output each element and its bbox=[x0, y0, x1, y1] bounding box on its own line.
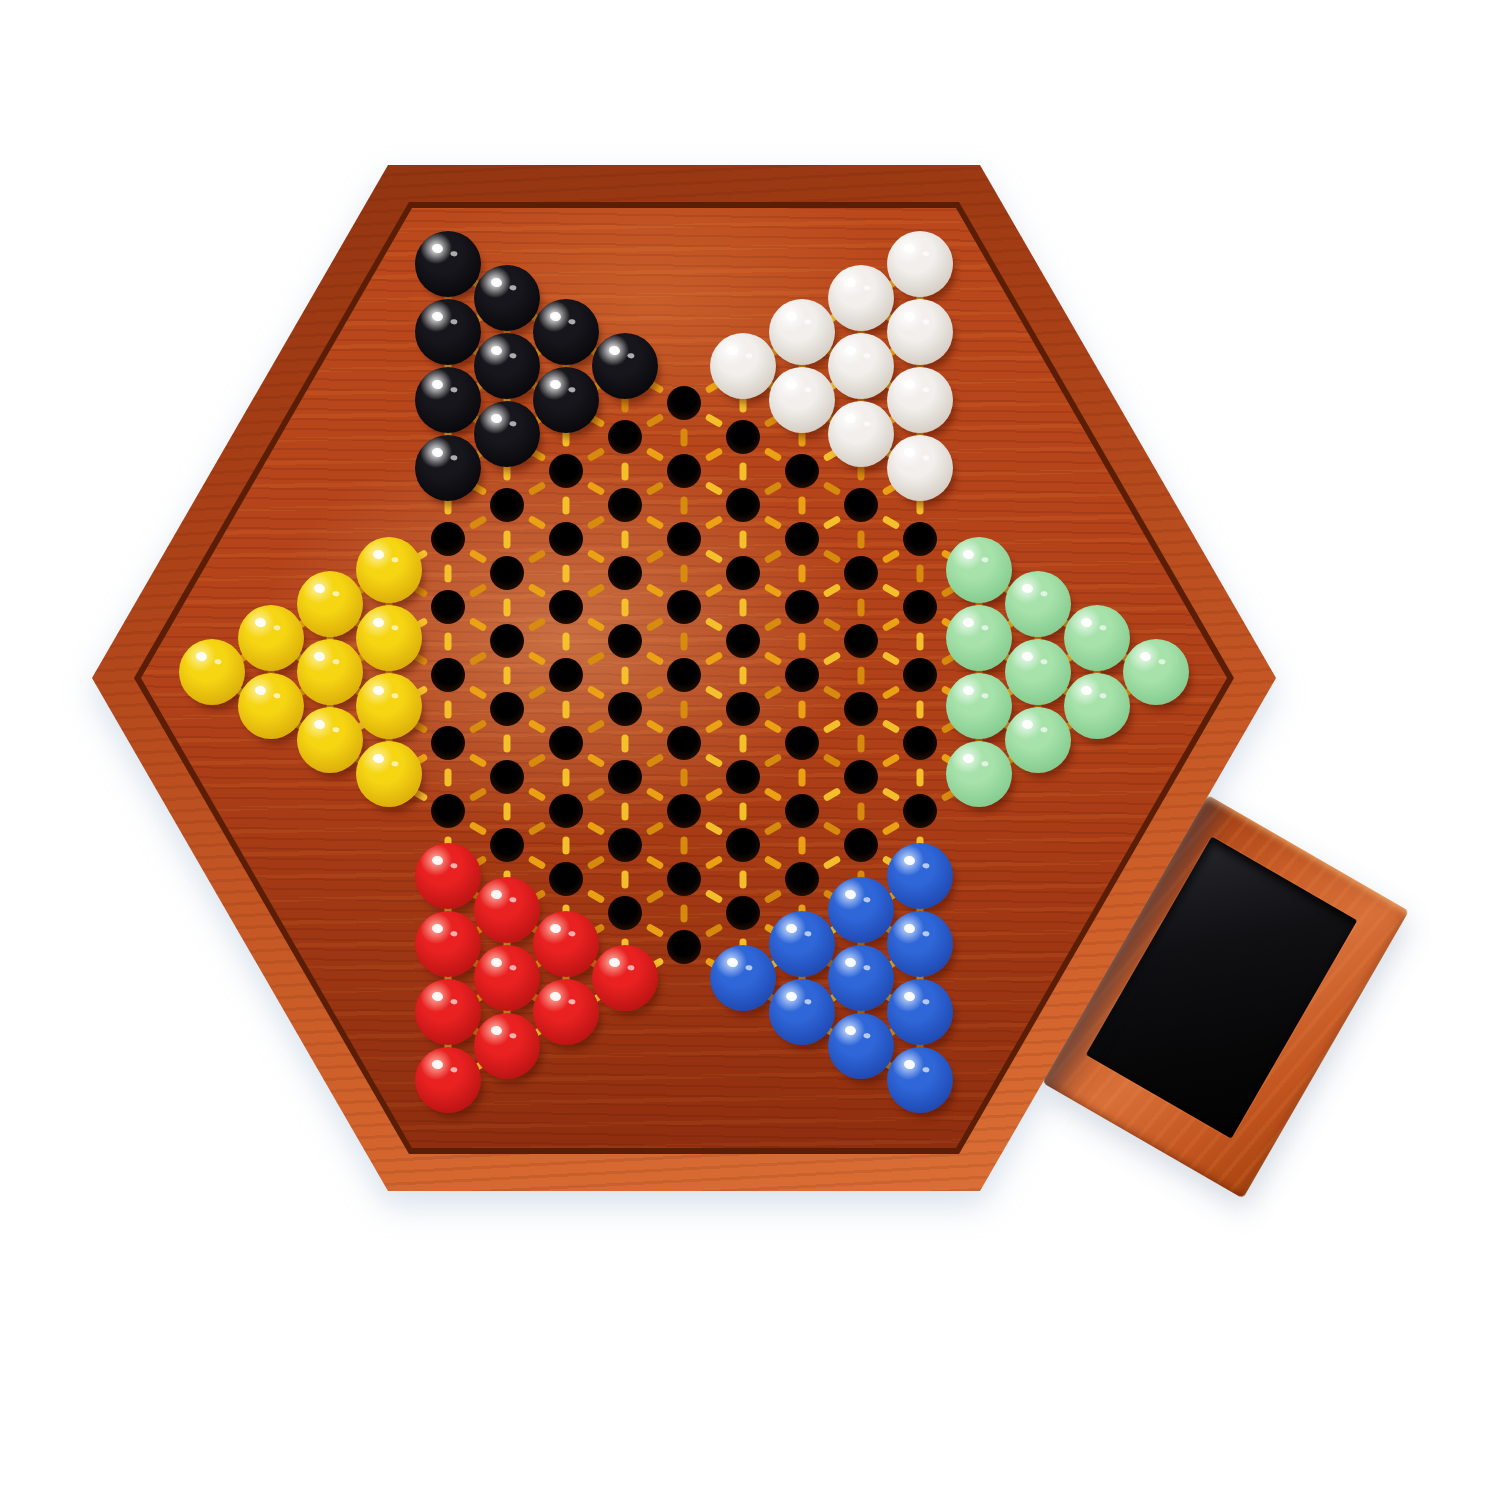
lattice-dash bbox=[504, 598, 511, 616]
marble-highlight bbox=[904, 447, 916, 457]
lattice-dash bbox=[740, 462, 747, 480]
marble-blue[interactable] bbox=[828, 1013, 894, 1079]
lattice-dash bbox=[563, 632, 570, 650]
marble-highlight bbox=[1022, 583, 1034, 593]
marble-red[interactable] bbox=[533, 979, 599, 1045]
marble-black[interactable] bbox=[474, 333, 540, 399]
marble-white[interactable] bbox=[769, 367, 835, 433]
lattice-dash bbox=[504, 802, 511, 820]
marble-yellow[interactable] bbox=[356, 605, 422, 671]
lattice-dash bbox=[822, 718, 841, 733]
lattice-dash bbox=[622, 666, 629, 684]
hole[interactable] bbox=[667, 862, 701, 896]
lattice-dash bbox=[763, 548, 782, 563]
lattice-dash bbox=[763, 446, 782, 461]
lattice-dash bbox=[763, 616, 782, 631]
lattice-dash bbox=[645, 582, 664, 597]
marble-highlight bbox=[786, 923, 798, 933]
lattice-dash bbox=[763, 480, 782, 495]
lattice-dash bbox=[586, 616, 605, 631]
lattice-dash bbox=[645, 820, 664, 835]
marble-highlight bbox=[845, 277, 857, 287]
marble-highlight bbox=[727, 345, 739, 355]
lattice-dash bbox=[586, 480, 605, 495]
lattice-dash bbox=[586, 650, 605, 665]
lattice-dash bbox=[917, 632, 924, 650]
hole[interactable] bbox=[785, 590, 819, 624]
marble-highlight bbox=[550, 923, 562, 933]
lattice-dash bbox=[858, 802, 865, 820]
hole[interactable] bbox=[726, 896, 760, 930]
marble-highlight bbox=[963, 617, 975, 627]
lattice-dash bbox=[681, 632, 688, 650]
marble-yellow[interactable] bbox=[356, 741, 422, 807]
marble-green[interactable] bbox=[1005, 639, 1071, 705]
marble-highlight bbox=[845, 1025, 857, 1035]
lattice-dash bbox=[763, 650, 782, 665]
lattice-dash bbox=[645, 786, 664, 801]
lattice-dash bbox=[763, 684, 782, 699]
marble-yellow[interactable] bbox=[356, 673, 422, 739]
lattice-dash bbox=[527, 718, 546, 733]
lattice-dash bbox=[763, 582, 782, 597]
hole[interactable] bbox=[608, 692, 642, 726]
hole[interactable] bbox=[549, 522, 583, 556]
lattice-dash bbox=[468, 616, 487, 631]
marble-white[interactable] bbox=[710, 333, 776, 399]
marble-highlight bbox=[314, 583, 326, 593]
marble-highlight bbox=[491, 957, 503, 967]
marble-blue[interactable] bbox=[769, 979, 835, 1045]
marble-highlight bbox=[432, 1059, 444, 1069]
marble-black[interactable] bbox=[592, 333, 658, 399]
hole[interactable] bbox=[667, 590, 701, 624]
marble-green[interactable] bbox=[1005, 571, 1071, 637]
lattice-dash bbox=[704, 684, 723, 699]
lattice-dash bbox=[681, 768, 688, 786]
marble-yellow[interactable] bbox=[297, 639, 363, 705]
marble-black[interactable] bbox=[415, 435, 481, 501]
marble-red[interactable] bbox=[592, 945, 658, 1011]
lattice-dash bbox=[645, 480, 664, 495]
marble-blue[interactable] bbox=[828, 945, 894, 1011]
hole[interactable] bbox=[431, 522, 465, 556]
hole[interactable] bbox=[490, 624, 524, 658]
lattice-dash bbox=[563, 564, 570, 582]
marble-highlight bbox=[432, 991, 444, 1001]
hole[interactable] bbox=[667, 658, 701, 692]
lattice-dash bbox=[822, 684, 841, 699]
marble-yellow[interactable] bbox=[297, 571, 363, 637]
hole[interactable] bbox=[608, 624, 642, 658]
marble-yellow[interactable] bbox=[238, 605, 304, 671]
marble-highlight bbox=[550, 379, 562, 389]
lattice-dash bbox=[468, 582, 487, 597]
lattice-dash bbox=[704, 582, 723, 597]
lattice-dash bbox=[799, 768, 806, 786]
lattice-dash bbox=[468, 786, 487, 801]
lattice-dash bbox=[881, 548, 900, 563]
marble-white[interactable] bbox=[828, 333, 894, 399]
hole[interactable] bbox=[490, 760, 524, 794]
marble-blue[interactable] bbox=[828, 877, 894, 943]
lattice-dash bbox=[881, 616, 900, 631]
marble-highlight bbox=[727, 957, 739, 967]
hole[interactable] bbox=[726, 488, 760, 522]
hole[interactable] bbox=[785, 658, 819, 692]
lattice-dash bbox=[645, 888, 664, 903]
lattice-dash bbox=[563, 768, 570, 786]
lattice-dash bbox=[740, 802, 747, 820]
lattice-dash bbox=[681, 700, 688, 718]
lattice-dash bbox=[445, 768, 452, 786]
lattice-dash bbox=[527, 820, 546, 835]
lattice-dash bbox=[822, 650, 841, 665]
hole[interactable] bbox=[431, 726, 465, 760]
marble-black[interactable] bbox=[415, 231, 481, 297]
marble-highlight bbox=[963, 753, 975, 763]
hole[interactable] bbox=[608, 760, 642, 794]
marble-black[interactable] bbox=[474, 265, 540, 331]
marble-green[interactable] bbox=[1123, 639, 1189, 705]
marble-blue[interactable] bbox=[769, 911, 835, 977]
marble-highlight bbox=[432, 447, 444, 457]
hole[interactable] bbox=[431, 658, 465, 692]
lattice-dash bbox=[504, 530, 511, 548]
marble-red[interactable] bbox=[474, 1013, 540, 1079]
marble-highlight bbox=[432, 855, 444, 865]
marble-yellow[interactable] bbox=[238, 673, 304, 739]
lattice-dash bbox=[622, 870, 629, 888]
marble-red[interactable] bbox=[474, 877, 540, 943]
marble-black[interactable] bbox=[415, 299, 481, 365]
marble-highlight bbox=[255, 685, 267, 695]
lattice-dash bbox=[586, 820, 605, 835]
lattice-dash bbox=[586, 684, 605, 699]
lattice-dash bbox=[504, 666, 511, 684]
marble-green[interactable] bbox=[946, 741, 1012, 807]
marble-red[interactable] bbox=[415, 911, 481, 977]
lattice-dash bbox=[763, 854, 782, 869]
lattice-dash bbox=[645, 718, 664, 733]
lattice-dash bbox=[586, 786, 605, 801]
marble-black[interactable] bbox=[415, 367, 481, 433]
lattice-dash bbox=[645, 446, 664, 461]
lattice-dash bbox=[681, 904, 688, 922]
marble-highlight bbox=[845, 889, 857, 899]
marble-white[interactable] bbox=[887, 367, 953, 433]
marble-highlight bbox=[550, 991, 562, 1001]
marble-red[interactable] bbox=[415, 1047, 481, 1113]
marble-white[interactable] bbox=[887, 231, 953, 297]
lattice-dash bbox=[763, 786, 782, 801]
marble-highlight bbox=[432, 923, 444, 933]
marble-red[interactable] bbox=[533, 911, 599, 977]
lattice-dash bbox=[822, 752, 841, 767]
lattice-dash bbox=[740, 598, 747, 616]
lattice-dash bbox=[645, 412, 664, 427]
marble-highlight bbox=[373, 617, 385, 627]
marble-highlight bbox=[432, 379, 444, 389]
marble-blue[interactable] bbox=[710, 945, 776, 1011]
lattice-dash bbox=[563, 496, 570, 514]
marble-green[interactable] bbox=[1064, 605, 1130, 671]
marble-blue[interactable] bbox=[887, 911, 953, 977]
hole[interactable] bbox=[667, 930, 701, 964]
marble-red[interactable] bbox=[415, 843, 481, 909]
hole[interactable] bbox=[726, 556, 760, 590]
hole[interactable] bbox=[549, 862, 583, 896]
lattice-dash bbox=[527, 548, 546, 563]
lattice-dash bbox=[740, 666, 747, 684]
hole[interactable] bbox=[608, 896, 642, 930]
marble-highlight bbox=[255, 617, 267, 627]
lattice-dash bbox=[822, 854, 841, 869]
lattice-dash bbox=[681, 564, 688, 582]
marble-highlight bbox=[904, 923, 916, 933]
lattice-dash bbox=[881, 650, 900, 665]
marble-highlight bbox=[196, 651, 208, 661]
marble-white[interactable] bbox=[828, 265, 894, 331]
lattice-dash bbox=[645, 684, 664, 699]
lattice-dash bbox=[504, 734, 511, 752]
marble-highlight bbox=[845, 413, 857, 423]
hole[interactable] bbox=[490, 488, 524, 522]
marble-highlight bbox=[904, 311, 916, 321]
lattice-dash bbox=[468, 820, 487, 835]
lattice-dash bbox=[881, 752, 900, 767]
hole[interactable] bbox=[608, 488, 642, 522]
lattice-dash bbox=[799, 564, 806, 582]
lattice-dash bbox=[622, 462, 629, 480]
lattice-dash bbox=[586, 718, 605, 733]
lattice-dash bbox=[563, 700, 570, 718]
lattice-dash bbox=[645, 752, 664, 767]
lattice-dash bbox=[527, 786, 546, 801]
lattice-dash bbox=[586, 548, 605, 563]
hole[interactable] bbox=[903, 726, 937, 760]
hole[interactable] bbox=[490, 556, 524, 590]
hole[interactable] bbox=[608, 828, 642, 862]
hole[interactable] bbox=[844, 828, 878, 862]
lattice-dash bbox=[704, 616, 723, 631]
lattice-dash bbox=[645, 650, 664, 665]
marble-highlight bbox=[432, 243, 444, 253]
lattice-dash bbox=[586, 888, 605, 903]
lattice-dash bbox=[586, 514, 605, 529]
lattice-dash bbox=[622, 802, 629, 820]
lattice-dash bbox=[704, 718, 723, 733]
marble-highlight bbox=[963, 685, 975, 695]
hole[interactable] bbox=[903, 590, 937, 624]
hole[interactable] bbox=[667, 522, 701, 556]
lattice-dash bbox=[622, 734, 629, 752]
lattice-dash bbox=[704, 650, 723, 665]
lattice-dash bbox=[645, 854, 664, 869]
hole[interactable] bbox=[844, 692, 878, 726]
lattice-dash bbox=[445, 564, 452, 582]
lattice-dash bbox=[468, 752, 487, 767]
marble-white[interactable] bbox=[887, 299, 953, 365]
lattice-dash bbox=[468, 548, 487, 563]
lattice-dash bbox=[881, 786, 900, 801]
marble-highlight bbox=[786, 311, 798, 321]
lattice-dash bbox=[799, 632, 806, 650]
lattice-dash bbox=[858, 666, 865, 684]
hole[interactable] bbox=[667, 454, 701, 488]
marble-blue[interactable] bbox=[887, 843, 953, 909]
marble-yellow[interactable] bbox=[297, 707, 363, 773]
hole[interactable] bbox=[844, 624, 878, 658]
hole[interactable] bbox=[903, 658, 937, 692]
lattice-dash bbox=[645, 514, 664, 529]
marble-white[interactable] bbox=[769, 299, 835, 365]
lattice-dash bbox=[881, 684, 900, 699]
hole[interactable] bbox=[667, 794, 701, 828]
star-grid bbox=[0, 0, 1500, 1500]
marble-highlight bbox=[491, 413, 503, 423]
hole[interactable] bbox=[549, 794, 583, 828]
hole[interactable] bbox=[608, 420, 642, 454]
marble-green[interactable] bbox=[1005, 707, 1071, 773]
lattice-dash bbox=[822, 820, 841, 835]
lattice-dash bbox=[704, 786, 723, 801]
marble-white[interactable] bbox=[887, 435, 953, 501]
hole[interactable] bbox=[549, 726, 583, 760]
marble-green[interactable] bbox=[946, 605, 1012, 671]
hole[interactable] bbox=[726, 692, 760, 726]
hole[interactable] bbox=[726, 624, 760, 658]
lattice-dash bbox=[881, 582, 900, 597]
hole[interactable] bbox=[431, 794, 465, 828]
marble-highlight bbox=[904, 991, 916, 1001]
lattice-dash bbox=[445, 632, 452, 650]
lattice-dash bbox=[468, 650, 487, 665]
lattice-dash bbox=[645, 616, 664, 631]
hole[interactable] bbox=[785, 454, 819, 488]
lattice-dash bbox=[527, 616, 546, 631]
hole[interactable] bbox=[549, 658, 583, 692]
marble-highlight bbox=[373, 753, 385, 763]
marble-yellow[interactable] bbox=[356, 537, 422, 603]
lattice-dash bbox=[822, 616, 841, 631]
lattice-dash bbox=[704, 752, 723, 767]
lattice-dash bbox=[763, 718, 782, 733]
marble-green[interactable] bbox=[946, 537, 1012, 603]
lattice-dash bbox=[681, 496, 688, 514]
lattice-dash bbox=[527, 650, 546, 665]
lattice-dash bbox=[704, 480, 723, 495]
hole[interactable] bbox=[667, 726, 701, 760]
marble-highlight bbox=[904, 1059, 916, 1069]
hole[interactable] bbox=[490, 828, 524, 862]
lattice-dash bbox=[468, 684, 487, 699]
lattice-dash bbox=[704, 514, 723, 529]
lattice-dash bbox=[527, 480, 546, 495]
marble-blue[interactable] bbox=[887, 979, 953, 1045]
marble-highlight bbox=[845, 345, 857, 355]
lattice-dash bbox=[822, 514, 841, 529]
hole[interactable] bbox=[785, 726, 819, 760]
lattice-dash bbox=[468, 718, 487, 733]
marble-green[interactable] bbox=[946, 673, 1012, 739]
hole[interactable] bbox=[726, 420, 760, 454]
lattice-dash bbox=[799, 496, 806, 514]
lattice-dash bbox=[858, 734, 865, 752]
lattice-dash bbox=[468, 514, 487, 529]
lattice-dash bbox=[704, 854, 723, 869]
marble-yellow[interactable] bbox=[179, 639, 245, 705]
lattice-dash bbox=[622, 530, 629, 548]
lattice-dash bbox=[445, 700, 452, 718]
marble-highlight bbox=[314, 651, 326, 661]
hole[interactable] bbox=[785, 522, 819, 556]
marble-highlight bbox=[786, 379, 798, 389]
marble-highlight bbox=[609, 957, 621, 967]
lattice-dash bbox=[527, 514, 546, 529]
hole[interactable] bbox=[726, 760, 760, 794]
marble-highlight bbox=[786, 991, 798, 1001]
lattice-dash bbox=[586, 446, 605, 461]
lattice-dash bbox=[822, 582, 841, 597]
hole[interactable] bbox=[726, 828, 760, 862]
marble-white[interactable] bbox=[828, 401, 894, 467]
hole[interactable] bbox=[549, 454, 583, 488]
hole[interactable] bbox=[785, 862, 819, 896]
marble-highlight bbox=[373, 685, 385, 695]
lattice-dash bbox=[763, 752, 782, 767]
lattice-dash bbox=[881, 718, 900, 733]
scene bbox=[0, 0, 1500, 1500]
marble-blue[interactable] bbox=[887, 1047, 953, 1113]
marble-red[interactable] bbox=[415, 979, 481, 1045]
hole[interactable] bbox=[903, 522, 937, 556]
marble-highlight bbox=[904, 243, 916, 253]
marble-green[interactable] bbox=[1064, 673, 1130, 739]
marble-highlight bbox=[373, 549, 385, 559]
marble-highlight bbox=[904, 379, 916, 389]
hole[interactable] bbox=[903, 794, 937, 828]
lattice-dash bbox=[645, 548, 664, 563]
hole[interactable] bbox=[608, 556, 642, 590]
marble-red[interactable] bbox=[474, 945, 540, 1011]
hole[interactable] bbox=[785, 794, 819, 828]
hole[interactable] bbox=[431, 590, 465, 624]
marble-black[interactable] bbox=[533, 299, 599, 365]
lattice-dash bbox=[917, 700, 924, 718]
lattice-dash bbox=[763, 514, 782, 529]
lattice-dash bbox=[681, 836, 688, 854]
marble-black[interactable] bbox=[474, 401, 540, 467]
lattice-dash bbox=[704, 888, 723, 903]
marble-highlight bbox=[1022, 719, 1034, 729]
hole[interactable] bbox=[844, 488, 878, 522]
lattice-dash bbox=[822, 480, 841, 495]
lattice-dash bbox=[527, 752, 546, 767]
hole[interactable] bbox=[667, 386, 701, 420]
lattice-dash bbox=[704, 446, 723, 461]
lattice-dash bbox=[858, 530, 865, 548]
marble-highlight bbox=[1081, 617, 1093, 627]
hole[interactable] bbox=[549, 590, 583, 624]
lattice-dash bbox=[740, 530, 747, 548]
lattice-dash bbox=[704, 922, 723, 937]
marble-black[interactable] bbox=[533, 367, 599, 433]
hole[interactable] bbox=[844, 556, 878, 590]
hole[interactable] bbox=[490, 692, 524, 726]
marble-highlight bbox=[491, 277, 503, 287]
hole[interactable] bbox=[844, 760, 878, 794]
